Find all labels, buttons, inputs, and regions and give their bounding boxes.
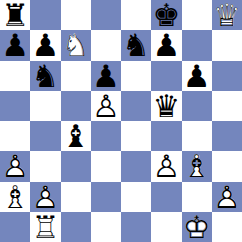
piece-outline-layer: ♔ [183,212,211,242]
square-g3[interactable]: ♝♗ [182,151,212,181]
white-bishop: ♝♗ [1,182,29,212]
square-f1[interactable] [151,212,181,242]
black-pawn: ♟ [183,61,211,91]
square-c1[interactable] [61,212,91,242]
square-h4[interactable] [212,121,242,151]
square-d5[interactable]: ♟♙ [91,91,121,121]
square-c5[interactable] [61,91,91,121]
square-g8[interactable] [182,0,212,30]
white-queen: ♛♕ [213,0,241,30]
piece-outline-layer: ♙ [213,182,241,212]
white-knight: ♞♘ [62,30,90,60]
square-f2[interactable] [151,182,181,212]
square-b4[interactable] [30,121,60,151]
white-pawn: ♟♙ [1,151,29,181]
square-b2[interactable]: ♟♙ [30,182,60,212]
square-h5[interactable] [212,91,242,121]
square-e8[interactable] [121,0,151,30]
white-king: ♚♔ [183,212,211,242]
piece-outline-layer: ♙ [92,91,120,121]
square-g6[interactable]: ♟ [182,61,212,91]
square-f5[interactable]: ♛ [151,91,181,121]
square-c6[interactable] [61,61,91,91]
square-d3[interactable] [91,151,121,181]
square-g7[interactable] [182,30,212,60]
square-f4[interactable] [151,121,181,151]
piece-outline-layer: ♗ [183,151,211,181]
square-b1[interactable]: ♜♖ [30,212,60,242]
black-pawn: ♟ [31,30,59,60]
black-knight: ♞ [122,30,150,60]
square-b8[interactable] [30,0,60,30]
square-d6[interactable]: ♟ [91,61,121,91]
white-pawn: ♟♙ [213,182,241,212]
piece-outline-layer: ♕ [213,0,241,30]
square-e5[interactable] [121,91,151,121]
square-h7[interactable] [212,30,242,60]
piece-outline-layer: ♙ [1,151,29,181]
square-c4[interactable]: ♝ [61,121,91,151]
square-f3[interactable]: ♟♙ [151,151,181,181]
black-bishop: ♝ [62,121,90,151]
square-b3[interactable] [30,151,60,181]
square-e7[interactable]: ♞ [121,30,151,60]
square-c3[interactable] [61,151,91,181]
square-a4[interactable] [0,121,30,151]
square-g2[interactable] [182,182,212,212]
square-h2[interactable]: ♟♙ [212,182,242,212]
square-e3[interactable] [121,151,151,181]
square-a7[interactable]: ♟ [0,30,30,60]
white-pawn: ♟♙ [31,182,59,212]
square-a3[interactable]: ♟♙ [0,151,30,181]
square-b5[interactable] [30,91,60,121]
square-g4[interactable] [182,121,212,151]
piece-outline-layer: ♙ [31,182,59,212]
black-pawn: ♟ [152,30,180,60]
white-pawn: ♟♙ [92,91,120,121]
square-f8[interactable]: ♚ [151,0,181,30]
square-g1[interactable]: ♚♔ [182,212,212,242]
square-f6[interactable] [151,61,181,91]
white-rook: ♜♖ [31,212,59,242]
square-g5[interactable] [182,91,212,121]
square-d4[interactable] [91,121,121,151]
black-king: ♚ [152,0,180,30]
square-h3[interactable] [212,151,242,181]
black-rook: ♜ [1,0,29,30]
square-c8[interactable] [61,0,91,30]
square-h6[interactable] [212,61,242,91]
white-bishop: ♝♗ [183,151,211,181]
black-pawn: ♟ [1,30,29,60]
black-knight: ♞ [31,61,59,91]
piece-outline-layer: ♘ [62,30,90,60]
square-a6[interactable] [0,61,30,91]
square-d8[interactable] [91,0,121,30]
square-d2[interactable] [91,182,121,212]
square-d7[interactable] [91,30,121,60]
white-pawn: ♟♙ [152,151,180,181]
square-a1[interactable] [0,212,30,242]
piece-outline-layer: ♖ [31,212,59,242]
piece-outline-layer: ♗ [1,182,29,212]
piece-outline-layer: ♙ [152,151,180,181]
black-queen: ♛ [152,91,180,121]
square-d1[interactable] [91,212,121,242]
square-f7[interactable]: ♟ [151,30,181,60]
square-h8[interactable]: ♛♕ [212,0,242,30]
black-pawn: ♟ [92,61,120,91]
square-b6[interactable]: ♞ [30,61,60,91]
square-e4[interactable] [121,121,151,151]
square-c2[interactable] [61,182,91,212]
square-b7[interactable]: ♟ [30,30,60,60]
chess-board: ♜♚♛♕♟♟♞♘♞♟♞♟♟♟♙♛♝♟♙♟♙♝♗♝♗♟♙♟♙♜♖♚♔ [0,0,242,242]
square-c7[interactable]: ♞♘ [61,30,91,60]
square-h1[interactable] [212,212,242,242]
square-a2[interactable]: ♝♗ [0,182,30,212]
square-a8[interactable]: ♜ [0,0,30,30]
square-e1[interactable] [121,212,151,242]
square-a5[interactable] [0,91,30,121]
square-e2[interactable] [121,182,151,212]
square-e6[interactable] [121,61,151,91]
